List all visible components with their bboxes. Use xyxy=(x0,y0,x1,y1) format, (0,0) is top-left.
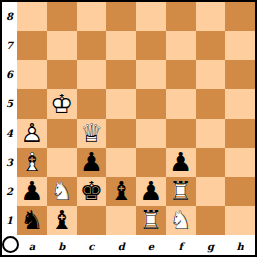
square-f6[interactable] xyxy=(166,60,196,89)
square-b1[interactable]: ♝ xyxy=(47,206,77,235)
square-g4[interactable] xyxy=(196,119,226,148)
white-knight-b2-icon: ♞♘ xyxy=(47,177,77,206)
square-b8[interactable] xyxy=(47,2,77,31)
black-pawn-f3-icon: ♟ xyxy=(166,148,196,177)
file-label-f: f xyxy=(166,235,196,255)
square-f5[interactable] xyxy=(166,89,196,118)
black-bishop-b1-icon: ♝ xyxy=(47,206,77,235)
white-knight-f1-icon: ♞♘ xyxy=(166,206,196,235)
square-c1[interactable] xyxy=(77,206,107,235)
square-g7[interactable] xyxy=(196,31,226,60)
chess-board: ♚♔♟♙♛♕♝♗♟♟♟♞♘♚♝♟♜♖♞♝♜♖♞♘ xyxy=(17,2,255,235)
square-c2[interactable]: ♚ xyxy=(77,177,107,206)
square-f3[interactable]: ♟ xyxy=(166,148,196,177)
square-c3[interactable]: ♟ xyxy=(77,148,107,177)
piece-outline-glyph: ♗ xyxy=(20,149,43,175)
black-pawn-e2-icon: ♟ xyxy=(136,177,166,206)
black-bishop-d2-icon: ♝ xyxy=(106,177,136,206)
rank-label-3: 3 xyxy=(2,148,17,177)
piece-glyph: ♝ xyxy=(50,207,73,233)
square-a6[interactable] xyxy=(17,60,47,89)
rank-label-6: 6 xyxy=(2,60,17,89)
file-label-g: g xyxy=(196,235,226,255)
square-e4[interactable] xyxy=(136,119,166,148)
black-king-c2-icon: ♚ xyxy=(77,177,107,206)
square-d4[interactable] xyxy=(106,119,136,148)
white-king-b5-icon: ♚♔ xyxy=(47,89,77,118)
piece-outline-glyph: ♙ xyxy=(20,120,43,146)
square-c7[interactable] xyxy=(77,31,107,60)
rank-label-8: 8 xyxy=(2,2,17,31)
piece-glyph: ♟ xyxy=(139,178,162,204)
rank-label-2: 2 xyxy=(2,177,17,206)
file-label-a: a xyxy=(17,235,47,255)
square-g8[interactable] xyxy=(196,2,226,31)
square-d7[interactable] xyxy=(106,31,136,60)
piece-glyph: ♟ xyxy=(169,149,192,175)
black-pawn-c3-icon: ♟ xyxy=(77,148,107,177)
square-e3[interactable] xyxy=(136,148,166,177)
square-d6[interactable] xyxy=(106,60,136,89)
piece-glyph: ♚ xyxy=(80,178,103,204)
square-e2[interactable]: ♟ xyxy=(136,177,166,206)
square-f7[interactable] xyxy=(166,31,196,60)
square-b5[interactable]: ♚♔ xyxy=(47,89,77,118)
square-a1[interactable]: ♞ xyxy=(17,206,47,235)
white-rook-e1-icon: ♜♖ xyxy=(136,206,166,235)
black-knight-a1-icon: ♞ xyxy=(17,206,47,235)
square-a7[interactable] xyxy=(17,31,47,60)
white-pawn-a4-icon: ♟♙ xyxy=(17,119,47,148)
square-a3[interactable]: ♝♗ xyxy=(17,148,47,177)
square-h5[interactable] xyxy=(225,89,255,118)
file-label-d: d xyxy=(106,235,136,255)
square-h7[interactable] xyxy=(225,31,255,60)
chess-diagram: 87654321 ♚♔♟♙♛♕♝♗♟♟♟♞♘♚♝♟♜♖♞♝♜♖♞♘ abcdef… xyxy=(0,0,257,257)
diagram-inner: 87654321 ♚♔♟♙♛♕♝♗♟♟♟♞♘♚♝♟♜♖♞♝♜♖♞♘ abcdef… xyxy=(2,2,255,255)
square-b6[interactable] xyxy=(47,60,77,89)
square-d8[interactable] xyxy=(106,2,136,31)
square-a5[interactable] xyxy=(17,89,47,118)
square-b3[interactable] xyxy=(47,148,77,177)
piece-glyph: ♝ xyxy=(109,178,132,204)
square-e7[interactable] xyxy=(136,31,166,60)
square-b2[interactable]: ♞♘ xyxy=(47,177,77,206)
file-label-h: h xyxy=(225,235,255,255)
file-label-b: b xyxy=(47,235,77,255)
white-to-move-indicator-icon xyxy=(2,236,19,253)
square-a4[interactable]: ♟♙ xyxy=(17,119,47,148)
rank-labels: 87654321 xyxy=(2,2,17,235)
square-d5[interactable] xyxy=(106,89,136,118)
piece-outline-glyph: ♔ xyxy=(50,91,73,117)
piece-outline-glyph: ♖ xyxy=(139,207,162,233)
square-c8[interactable] xyxy=(77,2,107,31)
piece-glyph: ♟ xyxy=(80,149,103,175)
square-g6[interactable] xyxy=(196,60,226,89)
square-e1[interactable]: ♜♖ xyxy=(136,206,166,235)
piece-outline-glyph: ♕ xyxy=(80,120,103,146)
file-labels: abcdefgh xyxy=(17,235,255,255)
white-queen-c4-icon: ♛♕ xyxy=(77,119,107,148)
square-h4[interactable] xyxy=(225,119,255,148)
square-d1[interactable] xyxy=(106,206,136,235)
corner-cell xyxy=(2,235,17,255)
square-b7[interactable] xyxy=(47,31,77,60)
white-bishop-a3-icon: ♝♗ xyxy=(17,148,47,177)
square-f4[interactable] xyxy=(166,119,196,148)
square-d3[interactable] xyxy=(106,148,136,177)
square-a2[interactable]: ♟ xyxy=(17,177,47,206)
rank-label-1: 1 xyxy=(2,206,17,235)
square-e6[interactable] xyxy=(136,60,166,89)
square-f8[interactable] xyxy=(166,2,196,31)
file-label-c: c xyxy=(77,235,107,255)
piece-outline-glyph: ♘ xyxy=(50,178,73,204)
square-g1[interactable] xyxy=(196,206,226,235)
square-c6[interactable] xyxy=(77,60,107,89)
rank-label-7: 7 xyxy=(2,31,17,60)
square-c5[interactable] xyxy=(77,89,107,118)
square-d2[interactable]: ♝ xyxy=(106,177,136,206)
piece-outline-glyph: ♖ xyxy=(169,178,192,204)
square-h6[interactable] xyxy=(225,60,255,89)
square-h1[interactable] xyxy=(225,206,255,235)
rank-label-4: 4 xyxy=(2,119,17,148)
square-e8[interactable] xyxy=(136,2,166,31)
white-rook-f2-icon: ♜♖ xyxy=(166,177,196,206)
square-f2[interactable]: ♜♖ xyxy=(166,177,196,206)
square-g5[interactable] xyxy=(196,89,226,118)
black-pawn-a2-icon: ♟ xyxy=(17,177,47,206)
square-h3[interactable] xyxy=(225,148,255,177)
square-c4[interactable]: ♛♕ xyxy=(77,119,107,148)
square-g3[interactable] xyxy=(196,148,226,177)
file-label-e: e xyxy=(136,235,166,255)
rank-label-5: 5 xyxy=(2,89,17,118)
square-b4[interactable] xyxy=(47,119,77,148)
square-a8[interactable] xyxy=(17,2,47,31)
piece-outline-glyph: ♘ xyxy=(169,207,192,233)
square-h8[interactable] xyxy=(225,2,255,31)
piece-glyph: ♟ xyxy=(20,178,43,204)
square-g2[interactable] xyxy=(196,177,226,206)
piece-glyph: ♞ xyxy=(20,207,43,233)
square-f1[interactable]: ♞♘ xyxy=(166,206,196,235)
square-h2[interactable] xyxy=(225,177,255,206)
square-e5[interactable] xyxy=(136,89,166,118)
